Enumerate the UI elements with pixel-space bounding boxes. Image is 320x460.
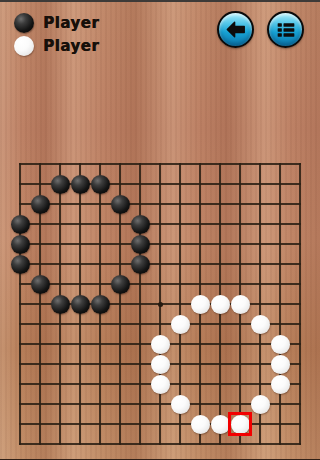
game-board[interactable] <box>0 72 320 392</box>
stone-black <box>11 255 30 274</box>
stone-black <box>111 275 130 294</box>
stone-black <box>51 295 70 314</box>
back-arrow-icon <box>225 19 247 41</box>
stone-black <box>111 195 130 214</box>
stone-white <box>191 415 210 434</box>
black-stone-icon <box>14 13 34 33</box>
stone-black <box>11 235 30 254</box>
stone-black <box>91 175 110 194</box>
back-button[interactable] <box>217 11 254 48</box>
stone-black <box>11 215 30 234</box>
stone-black <box>71 175 90 194</box>
stone-white <box>231 415 250 434</box>
stone-black <box>131 215 150 234</box>
star-point <box>158 302 163 307</box>
top-status-strip <box>0 0 320 2</box>
stone-black <box>91 295 110 314</box>
stone-white <box>191 295 210 314</box>
player-black-row: Player <box>14 13 99 33</box>
stone-white <box>211 415 230 434</box>
stones-layer <box>10 154 310 454</box>
stone-white <box>171 395 190 414</box>
stone-white <box>251 395 270 414</box>
player-white-row: Player <box>14 36 99 56</box>
white-stone-icon <box>14 36 34 56</box>
stone-black <box>131 235 150 254</box>
stone-white <box>251 315 270 334</box>
player-white-label: Player <box>43 36 99 56</box>
stone-white <box>211 295 230 314</box>
stone-white <box>151 375 170 394</box>
stone-white <box>271 355 290 374</box>
app-screen: Player Player <box>0 0 320 460</box>
stone-black <box>31 275 50 294</box>
stone-white <box>231 295 250 314</box>
stone-black <box>131 255 150 274</box>
stone-black <box>31 195 50 214</box>
stone-white <box>171 315 190 334</box>
player-black-label: Player <box>43 13 99 33</box>
menu-button[interactable] <box>267 11 304 48</box>
stone-black <box>71 295 90 314</box>
stone-white <box>151 335 170 354</box>
stone-white <box>151 355 170 374</box>
stone-white <box>271 335 290 354</box>
stone-black <box>51 175 70 194</box>
stone-white <box>271 375 290 394</box>
list-icon <box>276 20 296 40</box>
